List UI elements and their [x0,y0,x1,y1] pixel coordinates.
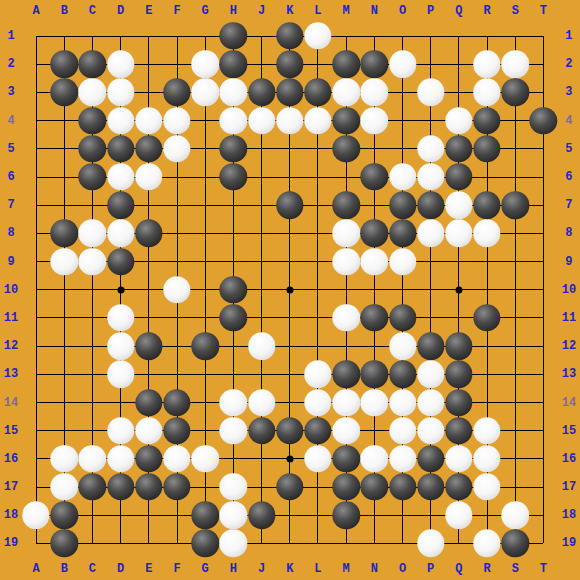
intersection-J4[interactable] [248,107,276,135]
intersection-Q17[interactable] [445,473,473,501]
intersection-D14[interactable] [107,388,135,416]
intersection-N5[interactable] [360,135,388,163]
intersection-F9[interactable] [163,248,191,276]
intersection-Q19[interactable] [445,529,473,557]
intersection-T17[interactable] [529,473,557,501]
intersection-D19[interactable] [107,529,135,557]
intersection-G18[interactable] [191,501,219,529]
intersection-N6[interactable] [360,163,388,191]
intersection-A17[interactable] [22,473,50,501]
intersection-K1[interactable] [276,22,304,50]
intersection-R9[interactable] [473,248,501,276]
intersection-F14[interactable] [163,388,191,416]
intersection-K11[interactable] [276,304,304,332]
intersection-F8[interactable] [163,219,191,247]
intersection-C19[interactable] [78,529,106,557]
intersection-D11[interactable] [107,304,135,332]
intersection-L13[interactable] [304,360,332,388]
intersection-S3[interactable] [501,78,529,106]
intersection-Q6[interactable] [445,163,473,191]
intersection-M4[interactable] [332,107,360,135]
intersection-H15[interactable] [219,417,247,445]
intersection-S4[interactable] [501,107,529,135]
intersection-E8[interactable] [135,219,163,247]
intersection-B2[interactable] [50,50,78,78]
intersection-B18[interactable] [50,501,78,529]
intersection-R4[interactable] [473,107,501,135]
intersection-R15[interactable] [473,417,501,445]
intersection-D12[interactable] [107,332,135,360]
intersection-B7[interactable] [50,191,78,219]
intersection-D18[interactable] [107,501,135,529]
intersection-J14[interactable] [248,388,276,416]
intersection-S5[interactable] [501,135,529,163]
intersection-L1[interactable] [304,22,332,50]
intersection-B3[interactable] [50,78,78,106]
intersection-J2[interactable] [248,50,276,78]
intersection-S7[interactable] [501,191,529,219]
intersection-G14[interactable] [191,388,219,416]
intersection-Q11[interactable] [445,304,473,332]
intersection-E18[interactable] [135,501,163,529]
intersection-E12[interactable] [135,332,163,360]
intersection-C9[interactable] [78,248,106,276]
intersection-K7[interactable] [276,191,304,219]
intersection-L3[interactable] [304,78,332,106]
intersection-F16[interactable] [163,445,191,473]
intersection-G4[interactable] [191,107,219,135]
intersection-B17[interactable] [50,473,78,501]
intersection-O16[interactable] [388,445,416,473]
intersection-A14[interactable] [22,388,50,416]
intersection-O8[interactable] [388,219,416,247]
intersection-J9[interactable] [248,248,276,276]
intersection-C11[interactable] [78,304,106,332]
intersection-H8[interactable] [219,219,247,247]
intersection-A6[interactable] [22,163,50,191]
intersection-S14[interactable] [501,388,529,416]
intersection-L19[interactable] [304,529,332,557]
intersection-L14[interactable] [304,388,332,416]
intersection-H17[interactable] [219,473,247,501]
intersection-C12[interactable] [78,332,106,360]
intersection-F6[interactable] [163,163,191,191]
intersection-M1[interactable] [332,22,360,50]
intersection-F4[interactable] [163,107,191,135]
intersection-P18[interactable] [417,501,445,529]
intersection-D16[interactable] [107,445,135,473]
intersection-C4[interactable] [78,107,106,135]
intersection-G3[interactable] [191,78,219,106]
intersection-N19[interactable] [360,529,388,557]
intersection-J19[interactable] [248,529,276,557]
intersection-O9[interactable] [388,248,416,276]
intersection-F19[interactable] [163,529,191,557]
intersection-E1[interactable] [135,22,163,50]
intersection-B4[interactable] [50,107,78,135]
intersection-M14[interactable] [332,388,360,416]
intersection-R16[interactable] [473,445,501,473]
intersection-L12[interactable] [304,332,332,360]
intersection-S1[interactable] [501,22,529,50]
intersection-O17[interactable] [388,473,416,501]
intersection-A7[interactable] [22,191,50,219]
intersection-H7[interactable] [219,191,247,219]
intersection-P3[interactable] [417,78,445,106]
intersection-L10[interactable] [304,276,332,304]
intersection-R6[interactable] [473,163,501,191]
intersection-M16[interactable] [332,445,360,473]
intersection-H10[interactable] [219,276,247,304]
intersection-T10[interactable] [529,276,557,304]
intersection-G8[interactable] [191,219,219,247]
intersection-S8[interactable] [501,219,529,247]
intersection-E7[interactable] [135,191,163,219]
intersection-B5[interactable] [50,135,78,163]
intersection-R11[interactable] [473,304,501,332]
intersection-H12[interactable] [219,332,247,360]
intersection-Q13[interactable] [445,360,473,388]
intersection-Q1[interactable] [445,22,473,50]
intersection-M19[interactable] [332,529,360,557]
intersection-J12[interactable] [248,332,276,360]
intersection-J3[interactable] [248,78,276,106]
intersection-K13[interactable] [276,360,304,388]
intersection-J8[interactable] [248,219,276,247]
intersection-G6[interactable] [191,163,219,191]
intersection-F13[interactable] [163,360,191,388]
intersection-C1[interactable] [78,22,106,50]
intersection-P9[interactable] [417,248,445,276]
intersection-O7[interactable] [388,191,416,219]
intersection-H4[interactable] [219,107,247,135]
intersection-F2[interactable] [163,50,191,78]
intersection-O18[interactable] [388,501,416,529]
intersection-R2[interactable] [473,50,501,78]
intersection-B8[interactable] [50,219,78,247]
intersection-E6[interactable] [135,163,163,191]
intersection-S19[interactable] [501,529,529,557]
intersection-P5[interactable] [417,135,445,163]
intersection-M8[interactable] [332,219,360,247]
intersection-F1[interactable] [163,22,191,50]
intersection-G13[interactable] [191,360,219,388]
intersection-A19[interactable] [22,529,50,557]
intersection-K16[interactable] [276,445,304,473]
intersection-H19[interactable] [219,529,247,557]
intersection-C14[interactable] [78,388,106,416]
intersection-B9[interactable] [50,248,78,276]
intersection-A9[interactable] [22,248,50,276]
intersection-K18[interactable] [276,501,304,529]
intersection-L4[interactable] [304,107,332,135]
intersection-A10[interactable] [22,276,50,304]
intersection-C7[interactable] [78,191,106,219]
intersection-M18[interactable] [332,501,360,529]
intersection-F18[interactable] [163,501,191,529]
intersection-T3[interactable] [529,78,557,106]
intersection-T18[interactable] [529,501,557,529]
intersection-D15[interactable] [107,417,135,445]
intersection-A13[interactable] [22,360,50,388]
intersection-K17[interactable] [276,473,304,501]
intersection-D4[interactable] [107,107,135,135]
intersection-M12[interactable] [332,332,360,360]
intersection-G1[interactable] [191,22,219,50]
intersection-T19[interactable] [529,529,557,557]
intersection-R8[interactable] [473,219,501,247]
intersection-A12[interactable] [22,332,50,360]
intersection-G7[interactable] [191,191,219,219]
intersection-G2[interactable] [191,50,219,78]
intersection-O14[interactable] [388,388,416,416]
intersection-K14[interactable] [276,388,304,416]
intersection-O2[interactable] [388,50,416,78]
intersection-P4[interactable] [417,107,445,135]
intersection-L16[interactable] [304,445,332,473]
intersection-H11[interactable] [219,304,247,332]
intersection-D3[interactable] [107,78,135,106]
intersection-T1[interactable] [529,22,557,50]
intersection-P6[interactable] [417,163,445,191]
intersection-R14[interactable] [473,388,501,416]
intersection-F10[interactable] [163,276,191,304]
intersection-A16[interactable] [22,445,50,473]
intersection-D17[interactable] [107,473,135,501]
intersection-L17[interactable] [304,473,332,501]
intersection-Q9[interactable] [445,248,473,276]
intersection-R12[interactable] [473,332,501,360]
intersection-P7[interactable] [417,191,445,219]
intersection-H16[interactable] [219,445,247,473]
intersection-K2[interactable] [276,50,304,78]
intersection-C6[interactable] [78,163,106,191]
intersection-E3[interactable] [135,78,163,106]
intersection-P12[interactable] [417,332,445,360]
intersection-J15[interactable] [248,417,276,445]
intersection-J1[interactable] [248,22,276,50]
intersection-G11[interactable] [191,304,219,332]
intersection-F11[interactable] [163,304,191,332]
intersection-E14[interactable] [135,388,163,416]
intersection-R13[interactable] [473,360,501,388]
intersection-T16[interactable] [529,445,557,473]
intersection-N12[interactable] [360,332,388,360]
intersection-L18[interactable] [304,501,332,529]
intersection-P19[interactable] [417,529,445,557]
intersection-B1[interactable] [50,22,78,50]
intersection-M6[interactable] [332,163,360,191]
intersection-K19[interactable] [276,529,304,557]
intersection-B15[interactable] [50,417,78,445]
intersection-E5[interactable] [135,135,163,163]
intersection-H3[interactable] [219,78,247,106]
intersection-L6[interactable] [304,163,332,191]
intersection-D1[interactable] [107,22,135,50]
intersection-R1[interactable] [473,22,501,50]
intersection-A1[interactable] [22,22,50,50]
intersection-D7[interactable] [107,191,135,219]
intersection-N10[interactable] [360,276,388,304]
intersection-G10[interactable] [191,276,219,304]
intersection-E9[interactable] [135,248,163,276]
intersection-S17[interactable] [501,473,529,501]
intersection-N9[interactable] [360,248,388,276]
intersection-F12[interactable] [163,332,191,360]
intersection-O10[interactable] [388,276,416,304]
intersection-K3[interactable] [276,78,304,106]
intersection-C18[interactable] [78,501,106,529]
intersection-T2[interactable] [529,50,557,78]
intersection-S15[interactable] [501,417,529,445]
intersection-B14[interactable] [50,388,78,416]
intersection-T9[interactable] [529,248,557,276]
intersection-N3[interactable] [360,78,388,106]
intersection-F15[interactable] [163,417,191,445]
intersection-P2[interactable] [417,50,445,78]
intersection-G19[interactable] [191,529,219,557]
intersection-E15[interactable] [135,417,163,445]
intersection-P8[interactable] [417,219,445,247]
intersection-J13[interactable] [248,360,276,388]
intersection-T7[interactable] [529,191,557,219]
intersection-K4[interactable] [276,107,304,135]
intersection-K10[interactable] [276,276,304,304]
intersection-O5[interactable] [388,135,416,163]
intersection-R10[interactable] [473,276,501,304]
intersection-B19[interactable] [50,529,78,557]
intersection-K5[interactable] [276,135,304,163]
intersection-O19[interactable] [388,529,416,557]
intersection-E13[interactable] [135,360,163,388]
intersection-A18[interactable] [22,501,50,529]
intersection-N18[interactable] [360,501,388,529]
intersection-D6[interactable] [107,163,135,191]
intersection-Q2[interactable] [445,50,473,78]
intersection-E10[interactable] [135,276,163,304]
intersection-J16[interactable] [248,445,276,473]
intersection-G9[interactable] [191,248,219,276]
intersection-J7[interactable] [248,191,276,219]
intersection-L11[interactable] [304,304,332,332]
intersection-J6[interactable] [248,163,276,191]
intersection-K9[interactable] [276,248,304,276]
intersection-N17[interactable] [360,473,388,501]
intersection-Q3[interactable] [445,78,473,106]
intersection-S18[interactable] [501,501,529,529]
intersection-P11[interactable] [417,304,445,332]
intersection-E19[interactable] [135,529,163,557]
intersection-L5[interactable] [304,135,332,163]
intersection-B13[interactable] [50,360,78,388]
intersection-S10[interactable] [501,276,529,304]
intersection-J17[interactable] [248,473,276,501]
intersection-L15[interactable] [304,417,332,445]
intersection-N2[interactable] [360,50,388,78]
intersection-P13[interactable] [417,360,445,388]
intersection-N1[interactable] [360,22,388,50]
intersection-O3[interactable] [388,78,416,106]
intersection-G15[interactable] [191,417,219,445]
intersection-Q4[interactable] [445,107,473,135]
intersection-P14[interactable] [417,388,445,416]
intersection-M7[interactable] [332,191,360,219]
intersection-F7[interactable] [163,191,191,219]
intersection-M11[interactable] [332,304,360,332]
intersection-S11[interactable] [501,304,529,332]
intersection-C2[interactable] [78,50,106,78]
intersection-N11[interactable] [360,304,388,332]
intersection-D13[interactable] [107,360,135,388]
intersection-M3[interactable] [332,78,360,106]
intersection-A4[interactable] [22,107,50,135]
intersection-T11[interactable] [529,304,557,332]
intersection-H1[interactable] [219,22,247,50]
intersection-K12[interactable] [276,332,304,360]
intersection-Q15[interactable] [445,417,473,445]
intersection-F5[interactable] [163,135,191,163]
intersection-R17[interactable] [473,473,501,501]
intersection-M10[interactable] [332,276,360,304]
intersection-D5[interactable] [107,135,135,163]
intersection-P17[interactable] [417,473,445,501]
intersection-S12[interactable] [501,332,529,360]
intersection-L8[interactable] [304,219,332,247]
intersection-F3[interactable] [163,78,191,106]
intersection-M15[interactable] [332,417,360,445]
intersection-M17[interactable] [332,473,360,501]
intersection-O11[interactable] [388,304,416,332]
intersection-B12[interactable] [50,332,78,360]
intersection-C3[interactable] [78,78,106,106]
intersection-S16[interactable] [501,445,529,473]
intersection-Q14[interactable] [445,388,473,416]
intersection-L7[interactable] [304,191,332,219]
intersection-D9[interactable] [107,248,135,276]
intersection-R18[interactable] [473,501,501,529]
intersection-Q8[interactable] [445,219,473,247]
intersection-D8[interactable] [107,219,135,247]
intersection-A3[interactable] [22,78,50,106]
intersection-H13[interactable] [219,360,247,388]
intersection-H18[interactable] [219,501,247,529]
intersection-F17[interactable] [163,473,191,501]
intersection-B10[interactable] [50,276,78,304]
intersection-E17[interactable] [135,473,163,501]
intersection-T8[interactable] [529,219,557,247]
intersection-M13[interactable] [332,360,360,388]
intersection-G12[interactable] [191,332,219,360]
intersection-Q12[interactable] [445,332,473,360]
intersection-E16[interactable] [135,445,163,473]
intersection-A15[interactable] [22,417,50,445]
intersection-N15[interactable] [360,417,388,445]
intersection-G16[interactable] [191,445,219,473]
intersection-L2[interactable] [304,50,332,78]
intersection-A2[interactable] [22,50,50,78]
intersection-Q18[interactable] [445,501,473,529]
intersection-L9[interactable] [304,248,332,276]
intersection-C15[interactable] [78,417,106,445]
intersection-T13[interactable] [529,360,557,388]
intersection-C17[interactable] [78,473,106,501]
intersection-O12[interactable] [388,332,416,360]
intersection-G5[interactable] [191,135,219,163]
intersection-O13[interactable] [388,360,416,388]
intersection-S6[interactable] [501,163,529,191]
intersection-Q10[interactable] [445,276,473,304]
intersection-C16[interactable] [78,445,106,473]
